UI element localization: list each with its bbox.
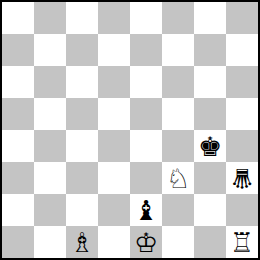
square-e2[interactable]: ♝ bbox=[130, 194, 162, 226]
square-e7[interactable] bbox=[130, 34, 162, 66]
square-b3[interactable] bbox=[34, 162, 66, 194]
black-grasshopper-piece: ♛ bbox=[230, 165, 254, 192]
square-g2[interactable] bbox=[194, 194, 226, 226]
square-b5[interactable] bbox=[34, 98, 66, 130]
square-a8[interactable] bbox=[2, 2, 34, 34]
square-a6[interactable] bbox=[2, 66, 34, 98]
white-bishop-piece: ♗ bbox=[70, 229, 94, 256]
square-e5[interactable] bbox=[130, 98, 162, 130]
square-a7[interactable] bbox=[2, 34, 34, 66]
black-king-piece: ♚ bbox=[198, 133, 222, 160]
chessboard-frame: ♚♘♛♝♗♔♖ bbox=[0, 0, 260, 260]
square-a2[interactable] bbox=[2, 194, 34, 226]
square-b8[interactable] bbox=[34, 2, 66, 34]
square-b6[interactable] bbox=[34, 66, 66, 98]
square-c3[interactable] bbox=[66, 162, 98, 194]
square-h6[interactable] bbox=[226, 66, 258, 98]
square-d5[interactable] bbox=[98, 98, 130, 130]
square-c6[interactable] bbox=[66, 66, 98, 98]
square-e1[interactable]: ♔ bbox=[130, 226, 162, 258]
square-d6[interactable] bbox=[98, 66, 130, 98]
square-c8[interactable] bbox=[66, 2, 98, 34]
square-d8[interactable] bbox=[98, 2, 130, 34]
square-g5[interactable] bbox=[194, 98, 226, 130]
square-f8[interactable] bbox=[162, 2, 194, 34]
square-d2[interactable] bbox=[98, 194, 130, 226]
square-c5[interactable] bbox=[66, 98, 98, 130]
square-e3[interactable] bbox=[130, 162, 162, 194]
square-a5[interactable] bbox=[2, 98, 34, 130]
square-d7[interactable] bbox=[98, 34, 130, 66]
square-h4[interactable] bbox=[226, 130, 258, 162]
square-g7[interactable] bbox=[194, 34, 226, 66]
square-f4[interactable] bbox=[162, 130, 194, 162]
square-g8[interactable] bbox=[194, 2, 226, 34]
white-knight-piece: ♘ bbox=[166, 165, 190, 192]
square-h1[interactable]: ♖ bbox=[226, 226, 258, 258]
square-b7[interactable] bbox=[34, 34, 66, 66]
square-d1[interactable] bbox=[98, 226, 130, 258]
square-c4[interactable] bbox=[66, 130, 98, 162]
square-e6[interactable] bbox=[130, 66, 162, 98]
square-h3[interactable]: ♛ bbox=[226, 162, 258, 194]
square-c7[interactable] bbox=[66, 34, 98, 66]
square-d3[interactable] bbox=[98, 162, 130, 194]
square-g4[interactable]: ♚ bbox=[194, 130, 226, 162]
square-g3[interactable] bbox=[194, 162, 226, 194]
square-f7[interactable] bbox=[162, 34, 194, 66]
square-d4[interactable] bbox=[98, 130, 130, 162]
square-h7[interactable] bbox=[226, 34, 258, 66]
square-f5[interactable] bbox=[162, 98, 194, 130]
square-a1[interactable] bbox=[2, 226, 34, 258]
black-bishop-piece: ♝ bbox=[134, 197, 158, 224]
square-g1[interactable] bbox=[194, 226, 226, 258]
square-c2[interactable] bbox=[66, 194, 98, 226]
square-b2[interactable] bbox=[34, 194, 66, 226]
white-king-piece: ♔ bbox=[134, 229, 158, 256]
square-a4[interactable] bbox=[2, 130, 34, 162]
square-a3[interactable] bbox=[2, 162, 34, 194]
square-f1[interactable] bbox=[162, 226, 194, 258]
white-rook-piece: ♖ bbox=[230, 229, 254, 256]
square-h8[interactable] bbox=[226, 2, 258, 34]
square-c1[interactable]: ♗ bbox=[66, 226, 98, 258]
square-f6[interactable] bbox=[162, 66, 194, 98]
square-f2[interactable] bbox=[162, 194, 194, 226]
square-g6[interactable] bbox=[194, 66, 226, 98]
square-b1[interactable] bbox=[34, 226, 66, 258]
square-h5[interactable] bbox=[226, 98, 258, 130]
square-h2[interactable] bbox=[226, 194, 258, 226]
square-b4[interactable] bbox=[34, 130, 66, 162]
chessboard-grid: ♚♘♛♝♗♔♖ bbox=[2, 2, 258, 258]
square-f3[interactable]: ♘ bbox=[162, 162, 194, 194]
square-e8[interactable] bbox=[130, 2, 162, 34]
square-e4[interactable] bbox=[130, 130, 162, 162]
